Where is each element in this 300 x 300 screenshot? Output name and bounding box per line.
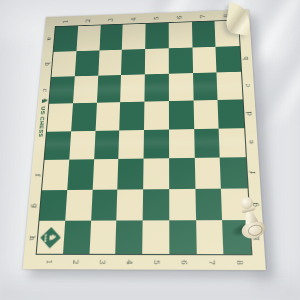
- square-g1: [39, 190, 67, 221]
- square-e2: [69, 130, 95, 159]
- bottom-coordinates: 12345678: [34, 255, 253, 270]
- coord-label: 8: [235, 260, 243, 265]
- square-f6: [169, 158, 195, 189]
- coord-label: 7: [200, 14, 207, 18]
- square-e6: [169, 129, 195, 159]
- square-d7: [193, 100, 219, 129]
- square-a4: [122, 24, 146, 50]
- square-d1: [47, 103, 73, 131]
- square-a2: [76, 25, 100, 50]
- coord-label: 3: [108, 18, 114, 22]
- square-h4: [115, 221, 142, 254]
- square-b1: [51, 51, 76, 77]
- coord-label: 3: [98, 260, 106, 265]
- square-e8: [219, 128, 246, 158]
- square-f5: [143, 158, 169, 189]
- square-f3: [92, 159, 118, 190]
- coord-label: g: [30, 204, 37, 209]
- square-h2: [63, 221, 91, 254]
- square-d5: [144, 101, 169, 130]
- square-e1: [45, 131, 71, 160]
- square-h1: ♞★★★: [37, 221, 65, 254]
- square-b7: [192, 46, 217, 73]
- square-g3: [91, 189, 118, 221]
- coord-label: 6: [179, 260, 187, 265]
- square-a7: [192, 21, 216, 47]
- square-h7: [196, 221, 224, 255]
- square-g6: [169, 189, 196, 221]
- square-f2: [67, 159, 94, 189]
- square-d2: [71, 103, 97, 131]
- square-b6: [169, 47, 193, 74]
- coord-label: 1: [63, 19, 70, 23]
- coord-label: 4: [125, 260, 133, 265]
- photo-scene: ♞★★★ 12345678 12345678 abcfgh abcdefgh ♞…: [0, 0, 300, 300]
- logo-stars: ★★★: [44, 233, 49, 241]
- coord-label: f: [250, 172, 258, 175]
- square-c8: [217, 72, 243, 100]
- us-chess-corner-logo: ♞★★★: [40, 227, 62, 248]
- square-g2: [65, 190, 92, 222]
- square-f4: [118, 159, 144, 190]
- coord-label: 4: [131, 17, 137, 21]
- board-grid: ♞★★★: [36, 20, 253, 256]
- square-f7: [194, 158, 221, 189]
- coord-label: e: [248, 140, 256, 144]
- logo-knight-icon: ♞: [48, 233, 58, 242]
- coord-label: 6: [177, 15, 184, 19]
- coord-label: 2: [71, 260, 79, 265]
- square-f1: [42, 160, 69, 190]
- square-c4: [120, 75, 144, 102]
- coord-label: 2: [86, 18, 93, 22]
- square-e5: [144, 129, 169, 159]
- square-a5: [145, 23, 168, 49]
- square-c2: [73, 76, 98, 103]
- square-e4: [119, 130, 144, 160]
- coord-label: h: [27, 236, 35, 241]
- coord-label: f: [33, 174, 40, 177]
- square-b3: [98, 49, 122, 75]
- square-d8: [218, 99, 244, 128]
- square-e3: [94, 130, 120, 159]
- coord-label: b: [243, 56, 250, 60]
- square-g5: [143, 189, 169, 221]
- coord-label: a: [46, 37, 53, 41]
- coord-label: d: [246, 111, 253, 115]
- coord-label: 1: [44, 260, 52, 265]
- square-c7: [193, 73, 218, 101]
- square-b2: [75, 50, 100, 76]
- coord-label: 7: [207, 260, 215, 265]
- coord-label: 5: [152, 260, 160, 265]
- square-h5: [142, 221, 169, 254]
- square-d6: [169, 100, 194, 129]
- coord-label: c: [245, 83, 252, 87]
- square-b8: [216, 46, 241, 73]
- square-a6: [168, 22, 192, 48]
- square-c5: [144, 74, 168, 102]
- square-e7: [194, 128, 220, 158]
- coord-label: 5: [154, 16, 160, 20]
- square-b4: [121, 49, 145, 76]
- square-a3: [99, 25, 123, 51]
- square-f8: [220, 157, 248, 188]
- square-d4: [119, 102, 144, 130]
- coord-label: c: [41, 88, 48, 92]
- square-g4: [117, 189, 144, 221]
- coord-label: b: [43, 62, 50, 66]
- square-d3: [95, 102, 120, 130]
- square-g7: [195, 188, 222, 220]
- square-a1: [54, 26, 78, 51]
- square-b5: [145, 48, 169, 75]
- square-c3: [96, 75, 121, 102]
- square-c1: [49, 77, 74, 104]
- square-c6: [169, 73, 194, 101]
- square-h3: [89, 221, 117, 254]
- square-h6: [169, 221, 196, 254]
